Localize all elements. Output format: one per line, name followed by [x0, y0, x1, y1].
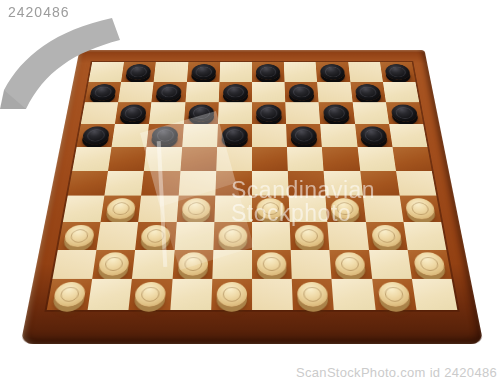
black-checker-piece[interactable] [126, 64, 152, 80]
square-r4c7[interactable] [286, 124, 322, 147]
square-r6c10 [396, 171, 437, 196]
stock-photo-scene: 2420486 Scandinavian Stockphoto ScanStoc… [0, 0, 500, 381]
black-checker-piece[interactable] [359, 126, 387, 144]
square-r10c2 [88, 279, 132, 310]
watermark-center-text: Scandinavian Stockphoto [231, 179, 375, 225]
square-r5c9 [357, 147, 396, 171]
square-r7c1 [63, 196, 105, 222]
black-checker-piece[interactable] [384, 64, 411, 80]
white-checker-piece[interactable] [295, 225, 325, 247]
scanstockphoto-logo-watermark-gray [0, 14, 125, 109]
square-r9c7 [291, 250, 332, 279]
square-r4c9[interactable] [355, 124, 393, 147]
watermark-photo-id: 2420486 [8, 4, 70, 20]
square-r10c3[interactable] [129, 279, 172, 310]
square-r9c8[interactable] [330, 250, 372, 279]
square-r2c7[interactable] [285, 82, 319, 103]
square-r8c8 [328, 222, 369, 250]
black-checker-piece[interactable] [291, 126, 318, 144]
square-r4c10 [389, 124, 427, 147]
white-checker-piece[interactable] [371, 225, 402, 247]
square-r3c9 [352, 103, 389, 125]
white-checker-piece[interactable] [63, 225, 95, 247]
square-r4c1[interactable] [77, 124, 115, 147]
white-checker-piece[interactable] [405, 198, 436, 219]
square-r3c10[interactable] [386, 103, 423, 125]
white-checker-piece[interactable] [335, 253, 367, 276]
black-checker-piece[interactable] [354, 84, 381, 100]
square-r10c4 [170, 279, 212, 310]
square-r9c9 [369, 250, 412, 279]
square-r9c10[interactable] [407, 250, 451, 279]
square-r2c10 [383, 82, 419, 103]
square-r1c6[interactable] [252, 62, 285, 82]
square-r10c6 [252, 279, 293, 310]
square-r10c9[interactable] [372, 279, 416, 310]
black-checker-piece[interactable] [323, 105, 350, 122]
square-r2c9[interactable] [350, 82, 386, 103]
square-r1c3 [154, 62, 188, 82]
square-r8c7[interactable] [290, 222, 330, 250]
watermark-credit: ScanStockPhoto.com id 2420486 [296, 365, 497, 380]
square-r8c9[interactable] [366, 222, 408, 250]
black-checker-piece[interactable] [320, 64, 346, 80]
white-checker-piece[interactable] [413, 253, 446, 276]
square-r5c1 [72, 147, 111, 171]
square-r10c8 [332, 279, 375, 310]
square-r1c2[interactable] [121, 62, 156, 82]
square-r10c7[interactable] [292, 279, 334, 310]
square-r3c8[interactable] [319, 103, 355, 125]
watermark-line1: Scandinavian [231, 179, 375, 202]
square-r5c10[interactable] [392, 147, 431, 171]
square-r8c1[interactable] [58, 222, 101, 250]
black-checker-piece[interactable] [289, 84, 315, 100]
white-checker-piece[interactable] [377, 282, 410, 307]
white-checker-piece[interactable] [216, 282, 247, 307]
square-r10c5[interactable] [211, 279, 252, 310]
white-checker-piece[interactable] [53, 282, 87, 307]
square-r7c10[interactable] [399, 196, 441, 222]
black-checker-piece[interactable] [390, 105, 418, 122]
square-r1c8[interactable] [316, 62, 350, 82]
black-checker-piece[interactable] [82, 126, 111, 144]
watermark-line2: Stockphoto [231, 202, 375, 225]
square-r5c8[interactable] [322, 147, 360, 171]
square-r2c8 [317, 82, 352, 103]
square-r10c1[interactable] [47, 279, 93, 310]
square-r1c4[interactable] [187, 62, 220, 82]
square-r10c10 [412, 279, 458, 310]
square-r1c9 [348, 62, 383, 82]
black-checker-piece[interactable] [256, 64, 280, 80]
square-r6c1[interactable] [68, 171, 109, 196]
square-r9c1 [52, 250, 96, 279]
black-checker-piece[interactable] [191, 64, 216, 80]
square-r1c10[interactable] [380, 62, 416, 82]
square-r4c8 [320, 124, 357, 147]
white-checker-piece[interactable] [134, 282, 166, 307]
square-r5c7 [287, 147, 324, 171]
square-r1c7 [284, 62, 317, 82]
square-r1c5 [219, 62, 252, 82]
square-r8c10 [403, 222, 446, 250]
white-checker-piece[interactable] [297, 282, 329, 307]
square-r3c7 [285, 103, 320, 125]
